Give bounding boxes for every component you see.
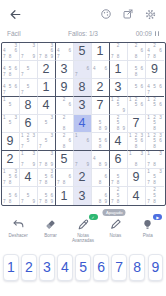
share-export-icon: [122, 8, 134, 20]
mistakes-label: Fallos: 1/3: [0, 30, 166, 37]
numpad-8[interactable]: 8: [129, 254, 145, 281]
cell-r8c2[interactable]: 4: [20, 169, 38, 187]
cell-r8c3[interactable]: 35678: [38, 169, 56, 187]
given-digit: 5: [79, 45, 86, 58]
cell-r7c3[interactable]: 3789: [38, 151, 56, 169]
note-digits: 2578: [146, 187, 164, 205]
note-digits: 34678: [2, 43, 19, 60]
note-digits: 1259: [110, 97, 127, 114]
cell-r2c9[interactable]: 9: [146, 61, 164, 79]
undo-label: Deshacer: [9, 233, 28, 238]
note-digits: 268: [128, 43, 145, 60]
given-digit: 4: [25, 171, 32, 184]
cell-r6c7[interactable]: 4: [110, 133, 128, 151]
given-digit: 6: [115, 153, 122, 166]
cell-r2c8[interactable]: 568: [128, 61, 146, 79]
cell-r6c9[interactable]: 123568: [146, 133, 164, 151]
note-digits: 268: [56, 133, 73, 150]
note-digits: 4567: [2, 79, 19, 96]
notes-label: Notas: [110, 233, 122, 238]
pencil-paper-icon: [77, 218, 90, 231]
note-digits: 13578: [146, 169, 164, 186]
cell-r2c4[interactable]: 3: [56, 61, 74, 79]
given-digit: 6: [25, 117, 32, 130]
given-digit: 7: [97, 99, 104, 112]
given-digit: 8: [79, 81, 86, 94]
cell-r2c5[interactable]: 67: [74, 61, 92, 79]
cell-r1c4[interactable]: 467: [56, 43, 74, 61]
given-digit: 3: [79, 99, 86, 112]
cell-r9c7[interactable]: 2578: [110, 187, 128, 205]
given-digit: 8: [25, 99, 32, 112]
advanced-notes-badge: ✓: [89, 214, 98, 220]
cell-r9c4[interactable]: 1: [56, 187, 74, 205]
notes-button[interactable]: Apagado Notas: [99, 217, 131, 244]
cell-r8c4[interactable]: 678: [56, 169, 74, 187]
numpad-7[interactable]: 7: [111, 254, 127, 281]
cell-r6c1[interactable]: 9: [2, 133, 20, 151]
given-digit: 1: [97, 45, 104, 58]
note-digits: 467: [56, 43, 73, 60]
cell-r8c8[interactable]: 9: [128, 169, 146, 187]
hint-button[interactable]: ▶ Pista: [132, 217, 164, 244]
cell-r9c9[interactable]: 2578: [146, 187, 164, 205]
cell-r2c2[interactable]: 57: [20, 61, 38, 79]
cell-r5c6[interactable]: 589: [92, 115, 110, 133]
cell-r1c9[interactable]: 24678: [146, 43, 164, 61]
note-digits: 28: [56, 115, 73, 132]
note-digits: 4567: [146, 79, 164, 96]
numpad-2[interactable]: 2: [21, 254, 37, 281]
note-digits: 15: [2, 97, 19, 114]
cell-r7c8[interactable]: 138: [128, 151, 146, 169]
cell-r3c6[interactable]: 2: [92, 79, 110, 97]
cell-r9c2[interactable]: 579: [20, 187, 38, 205]
cell-r1c8[interactable]: 268: [128, 43, 146, 61]
cell-r9c5[interactable]: 3: [74, 187, 92, 205]
note-digits: 16: [74, 133, 91, 150]
cell-r5c4[interactable]: 28: [56, 115, 74, 133]
lightbulb-icon: [141, 218, 154, 231]
note-digits: 56789: [38, 187, 55, 205]
given-digit: 3: [79, 190, 86, 203]
note-digits: 67: [74, 61, 91, 78]
given-digit: 1: [115, 63, 122, 76]
erase-label: Borrar: [44, 233, 57, 238]
status-bar: Fácil Fallos: 1/3 00:09: [0, 28, 166, 39]
cell-r9c6[interactable]: 689: [92, 187, 110, 205]
given-digit: 4: [115, 135, 122, 148]
notes-state-tooltip: Apagado: [103, 209, 126, 216]
cell-r4c7[interactable]: 1259: [110, 97, 128, 115]
note-digits: 135: [2, 115, 19, 132]
cell-r4c8[interactable]: 1256: [128, 97, 146, 115]
undo-button[interactable]: Deshacer: [2, 217, 34, 244]
cell-r4c2[interactable]: 8: [20, 97, 38, 115]
cell-r1c2[interactable]: 379: [20, 43, 38, 61]
note-digits: 579: [20, 187, 37, 205]
given-digit: 3: [115, 81, 122, 94]
note-digits: 568: [128, 61, 145, 78]
back-button[interactable]: [9, 8, 22, 21]
cell-r1c5[interactable]: 5: [74, 43, 92, 61]
theme-button[interactable]: [100, 8, 112, 20]
pen-icon: [109, 218, 122, 231]
cell-r4c1[interactable]: 15: [2, 97, 20, 115]
given-digit: 9: [7, 135, 14, 148]
cell-r8c6[interactable]: 68: [92, 169, 110, 187]
cell-r6c8[interactable]: 123568: [128, 133, 146, 151]
top-bar: [0, 0, 166, 21]
cell-r4c9[interactable]: 1256: [146, 97, 164, 115]
cell-r8c7[interactable]: 578: [110, 169, 128, 187]
eraser-icon: [44, 218, 57, 231]
cell-r4c4[interactable]: 26: [56, 97, 74, 115]
user-digit: 4: [79, 117, 86, 130]
numpad-9[interactable]: 9: [148, 254, 164, 281]
cell-r5c7[interactable]: 2589: [110, 115, 128, 133]
cell-r1c6[interactable]: 1: [92, 43, 110, 61]
note-digits: 379: [20, 43, 37, 60]
cell-r8c9[interactable]: 13578: [146, 169, 164, 187]
given-digit: 9: [133, 171, 140, 184]
note-digits: 35: [38, 115, 55, 132]
note-digits: 5678: [2, 187, 19, 205]
erase-button[interactable]: Borrar: [34, 217, 66, 244]
note-digits: 1379: [20, 151, 37, 168]
given-digit: 3: [61, 63, 68, 76]
note-digits: 678: [56, 169, 73, 186]
given-digit: 4: [133, 190, 140, 203]
numpad-5[interactable]: 5: [75, 254, 91, 281]
cell-r7c5[interactable]: 79: [74, 151, 92, 169]
cell-r5c5[interactable]: 4: [74, 115, 92, 133]
note-digits: 1256: [128, 97, 145, 114]
note-digits: 357: [38, 133, 55, 150]
cell-r3c4[interactable]: 9: [56, 79, 74, 97]
cell-r6c5[interactable]: 16: [74, 133, 92, 151]
note-digits: 135678: [2, 169, 19, 186]
cell-r4c6[interactable]: 7: [92, 97, 110, 115]
cell-r6c6[interactable]: 568: [92, 133, 110, 151]
given-digit: 2: [97, 81, 104, 94]
note-digits: 79: [74, 151, 91, 168]
cell-r2c3[interactable]: 2: [38, 61, 56, 79]
cell-r4c3[interactable]: 4: [38, 97, 56, 115]
given-digit: 5: [61, 153, 68, 166]
note-digits: 36789: [38, 43, 55, 60]
advanced-notes-button[interactable]: ✓ Notas Avanzadas: [67, 217, 99, 244]
note-digits: 45678: [2, 61, 19, 78]
hint-badge: ▶: [153, 214, 162, 220]
cell-r8c5[interactable]: 2: [74, 169, 92, 187]
note-digits: 35678: [38, 169, 55, 186]
given-digit: 2: [7, 153, 14, 166]
settings-button[interactable]: [144, 8, 157, 21]
settings-gear-icon: [144, 8, 157, 21]
note-digits: 12358: [146, 115, 164, 132]
cell-r2c6[interactable]: 46: [92, 61, 110, 79]
cell-r4c5[interactable]: 3: [74, 97, 92, 115]
cell-r3c9[interactable]: 4567: [146, 79, 164, 97]
cell-r6c3[interactable]: 357: [38, 133, 56, 151]
cell-r7c2[interactable]: 1379: [20, 151, 38, 169]
sudoku-grid: 3467837936789467512782682467845678572367…: [1, 42, 166, 206]
note-digits: 278: [110, 43, 127, 60]
given-digit: 1: [61, 190, 68, 203]
note-digits: 568: [92, 133, 109, 150]
cell-r3c7[interactable]: 3: [110, 79, 128, 97]
undo-icon: [12, 218, 25, 231]
given-digit: 1: [43, 81, 50, 94]
note-digits: 3789: [38, 151, 55, 168]
numpad-4[interactable]: 4: [57, 254, 73, 281]
cell-r3c2[interactable]: 57: [20, 79, 38, 97]
note-digits: 2589: [110, 115, 127, 132]
note-digits: 138: [128, 151, 145, 168]
control-bar: Deshacer Borrar ✓ Notas Avanzadas Apagad…: [0, 217, 166, 244]
cell-r5c1[interactable]: 135: [2, 115, 20, 133]
note-digits: 123568: [146, 133, 164, 150]
cell-r3c3[interactable]: 1: [38, 79, 56, 97]
note-digits: 2578: [110, 187, 127, 205]
cell-r5c8[interactable]: 7: [128, 115, 146, 133]
given-digit: 2: [43, 63, 50, 76]
numpad-1[interactable]: 1: [3, 254, 19, 281]
advanced-notes-label: Notas Avanzadas: [69, 233, 97, 244]
cell-r6c4[interactable]: 268: [56, 133, 74, 151]
note-digits: 57: [20, 61, 37, 78]
cell-r7c9[interactable]: 1378: [146, 151, 164, 169]
note-digits: 12357: [20, 133, 37, 150]
cell-r7c6[interactable]: 489: [92, 151, 110, 169]
cell-r6c2[interactable]: 12357: [20, 133, 38, 151]
note-digits: 56: [128, 79, 145, 96]
cell-r2c7[interactable]: 1: [110, 61, 128, 79]
cell-r2c1[interactable]: 45678: [2, 61, 20, 79]
note-digits: 123568: [128, 133, 145, 150]
cell-r9c3[interactable]: 56789: [38, 187, 56, 205]
cell-r7c1[interactable]: 2: [2, 151, 20, 169]
numpad: 123456789: [0, 254, 166, 281]
cell-r5c3[interactable]: 35: [38, 115, 56, 133]
cell-r3c5[interactable]: 8: [74, 79, 92, 97]
given-digit: 9: [151, 63, 158, 76]
cell-r1c1[interactable]: 34678: [2, 43, 20, 61]
cell-r3c1[interactable]: 4567: [2, 79, 20, 97]
note-digits: 46: [92, 61, 109, 78]
numpad-6[interactable]: 6: [93, 254, 109, 281]
cell-r7c4[interactable]: 5: [56, 151, 74, 169]
cell-r9c1[interactable]: 5678: [2, 187, 20, 205]
note-digits: 68: [92, 169, 109, 186]
given-digit: 9: [61, 81, 68, 94]
note-digits: 578: [110, 169, 127, 186]
note-digits: 57: [20, 79, 37, 96]
given-digit: 4: [43, 99, 50, 112]
cell-r1c3[interactable]: 36789: [38, 43, 56, 61]
note-digits: 689: [92, 187, 109, 205]
cell-r5c9[interactable]: 12358: [146, 115, 164, 133]
note-digits: 26: [56, 97, 73, 114]
note-digits: 1256: [146, 97, 164, 114]
note-digits: 1378: [146, 151, 164, 168]
given-digit: 2: [79, 171, 86, 184]
cell-r9c8[interactable]: 4: [128, 187, 146, 205]
cell-r1c7[interactable]: 278: [110, 43, 128, 61]
cell-r8c1[interactable]: 135678: [2, 169, 20, 187]
given-digit: 7: [133, 117, 140, 130]
note-digits: 489: [92, 151, 109, 168]
numpad-3[interactable]: 3: [39, 254, 55, 281]
hint-label: Pista: [143, 233, 153, 238]
cell-r7c7[interactable]: 6: [110, 151, 128, 169]
note-digits: 589: [92, 115, 109, 132]
cell-r3c8[interactable]: 56: [128, 79, 146, 97]
share-button[interactable]: [122, 8, 134, 20]
cell-r5c2[interactable]: 6: [20, 115, 38, 133]
note-digits: 24678: [146, 43, 164, 60]
theme-palette-icon: [100, 8, 112, 20]
arrow-left-icon: [9, 8, 22, 21]
